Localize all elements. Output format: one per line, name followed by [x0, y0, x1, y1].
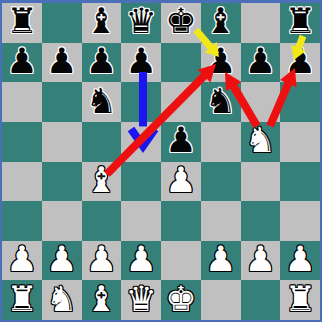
- square-h5[interactable]: [280, 122, 320, 162]
- white-queen-d1: ♛: [125, 282, 156, 319]
- square-f6[interactable]: ♞: [201, 82, 241, 122]
- square-b5[interactable]: [42, 122, 82, 162]
- square-g1[interactable]: [241, 280, 281, 320]
- square-f3[interactable]: [201, 201, 241, 241]
- square-a7[interactable]: ♟: [2, 43, 42, 83]
- white-bishop-c4: ♝: [86, 163, 117, 200]
- square-c2[interactable]: ♟: [82, 241, 122, 281]
- square-e3[interactable]: [161, 201, 201, 241]
- white-pawn-d2: ♟: [125, 242, 156, 279]
- square-f1[interactable]: [201, 280, 241, 320]
- white-pawn-e4: ♟: [165, 163, 196, 200]
- black-rook-h8: ♜: [284, 4, 315, 41]
- black-bishop-f8: ♝: [205, 4, 236, 41]
- black-pawn-e5: ♟: [165, 123, 196, 160]
- square-h7[interactable]: ♟: [280, 43, 320, 83]
- black-pawn-d7: ♟: [125, 44, 156, 81]
- square-g3[interactable]: [241, 201, 281, 241]
- square-f4[interactable]: [201, 162, 241, 202]
- square-h4[interactable]: [280, 162, 320, 202]
- black-bishop-c8: ♝: [86, 4, 117, 41]
- square-e8[interactable]: ♚: [161, 3, 201, 43]
- chess-board-frame: ♜♝♛♚♝♜♟♟♟♟♟♟♟♞♞♟♞♝♟♟♟♟♟♟♟♟♜♞♝♛♚♜: [0, 0, 322, 322]
- square-h6[interactable]: [280, 82, 320, 122]
- black-pawn-g7: ♟: [245, 44, 276, 81]
- square-b1[interactable]: ♞: [42, 280, 82, 320]
- square-b6[interactable]: [42, 82, 82, 122]
- white-bishop-c1: ♝: [86, 282, 117, 319]
- square-e4[interactable]: ♟: [161, 162, 201, 202]
- square-g7[interactable]: ♟: [241, 43, 281, 83]
- square-f5[interactable]: [201, 122, 241, 162]
- square-f7[interactable]: ♟: [201, 43, 241, 83]
- square-a1[interactable]: ♜: [2, 280, 42, 320]
- square-c6[interactable]: ♞: [82, 82, 122, 122]
- black-pawn-c7: ♟: [86, 44, 117, 81]
- white-king-e1: ♚: [165, 282, 196, 319]
- square-c1[interactable]: ♝: [82, 280, 122, 320]
- square-a3[interactable]: [2, 201, 42, 241]
- square-e2[interactable]: [161, 241, 201, 281]
- square-g5[interactable]: ♞: [241, 122, 281, 162]
- black-queen-d8: ♛: [125, 4, 156, 41]
- square-b8[interactable]: [42, 3, 82, 43]
- white-pawn-b2: ♟: [46, 242, 77, 279]
- square-g4[interactable]: [241, 162, 281, 202]
- square-a2[interactable]: ♟: [2, 241, 42, 281]
- square-h2[interactable]: ♟: [280, 241, 320, 281]
- square-c3[interactable]: [82, 201, 122, 241]
- white-rook-h1: ♜: [284, 282, 315, 319]
- square-c5[interactable]: [82, 122, 122, 162]
- square-a6[interactable]: [2, 82, 42, 122]
- white-pawn-c2: ♟: [86, 242, 117, 279]
- square-f2[interactable]: ♟: [201, 241, 241, 281]
- black-rook-a8: ♜: [6, 4, 37, 41]
- square-e6[interactable]: [161, 82, 201, 122]
- square-g8[interactable]: [241, 3, 281, 43]
- chess-board: ♜♝♛♚♝♜♟♟♟♟♟♟♟♞♞♟♞♝♟♟♟♟♟♟♟♟♜♞♝♛♚♜: [2, 3, 320, 320]
- white-rook-a1: ♜: [6, 282, 37, 319]
- square-g6[interactable]: [241, 82, 281, 122]
- square-d3[interactable]: [121, 201, 161, 241]
- square-f8[interactable]: ♝: [201, 3, 241, 43]
- black-pawn-f7: ♟: [205, 44, 236, 81]
- black-king-e8: ♚: [165, 4, 196, 41]
- square-e5[interactable]: ♟: [161, 122, 201, 162]
- black-knight-f6: ♞: [205, 84, 236, 121]
- square-b4[interactable]: [42, 162, 82, 202]
- white-pawn-h2: ♟: [284, 242, 315, 279]
- black-pawn-a7: ♟: [6, 44, 37, 81]
- square-h3[interactable]: [280, 201, 320, 241]
- white-knight-b1: ♞: [46, 282, 77, 319]
- black-knight-c6: ♞: [86, 84, 117, 121]
- black-pawn-b7: ♟: [46, 44, 77, 81]
- square-c4[interactable]: ♝: [82, 162, 122, 202]
- white-pawn-g2: ♟: [245, 242, 276, 279]
- square-d1[interactable]: ♛: [121, 280, 161, 320]
- square-b7[interactable]: ♟: [42, 43, 82, 83]
- square-h1[interactable]: ♜: [280, 280, 320, 320]
- white-knight-g5: ♞: [245, 123, 276, 160]
- black-pawn-h7: ♟: [284, 44, 315, 81]
- square-d7[interactable]: ♟: [121, 43, 161, 83]
- square-d2[interactable]: ♟: [121, 241, 161, 281]
- square-a5[interactable]: [2, 122, 42, 162]
- square-e7[interactable]: [161, 43, 201, 83]
- white-pawn-a2: ♟: [6, 242, 37, 279]
- white-pawn-f2: ♟: [205, 242, 236, 279]
- square-a8[interactable]: ♜: [2, 3, 42, 43]
- square-c8[interactable]: ♝: [82, 3, 122, 43]
- square-g2[interactable]: ♟: [241, 241, 281, 281]
- square-a4[interactable]: [2, 162, 42, 202]
- square-d5[interactable]: [121, 122, 161, 162]
- square-d8[interactable]: ♛: [121, 3, 161, 43]
- square-c7[interactable]: ♟: [82, 43, 122, 83]
- square-d6[interactable]: [121, 82, 161, 122]
- square-d4[interactable]: [121, 162, 161, 202]
- square-b2[interactable]: ♟: [42, 241, 82, 281]
- square-e1[interactable]: ♚: [161, 280, 201, 320]
- square-h8[interactable]: ♜: [280, 3, 320, 43]
- square-b3[interactable]: [42, 201, 82, 241]
